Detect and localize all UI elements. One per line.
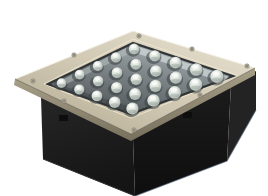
led-highlight <box>213 71 220 75</box>
led-facet-shade <box>111 103 119 106</box>
led-facet-shade <box>151 57 159 60</box>
led-highlight <box>111 98 117 102</box>
led-facet-shade <box>152 72 160 75</box>
led-facet-shade <box>112 58 119 61</box>
led-facet-shade <box>171 64 179 68</box>
led-highlight <box>151 51 157 55</box>
led-highlight <box>129 104 135 108</box>
product-photo: Product photo: square recessed LED in-gr… <box>0 0 268 196</box>
led-facet-shade <box>192 70 201 74</box>
led-highlight <box>133 75 139 79</box>
led-facet-shade <box>113 88 121 91</box>
led-facet-shade <box>76 75 83 78</box>
led-highlight <box>171 88 177 92</box>
led-highlight <box>152 81 158 85</box>
led-facet-shade <box>191 85 200 89</box>
led-highlight <box>58 79 63 82</box>
led-facet-shade <box>172 79 181 83</box>
led-facet-shade <box>94 67 101 70</box>
led-facet-shade <box>128 109 137 113</box>
led-highlight <box>152 66 158 70</box>
led-facet-shade <box>93 97 101 100</box>
led-inground-light: Product photo: square recessed LED in-gr… <box>0 0 268 196</box>
led-highlight <box>172 58 178 62</box>
led-facet-shade <box>151 87 159 91</box>
led-highlight <box>131 89 137 93</box>
led-facet-shade <box>58 84 65 87</box>
led-highlight <box>113 83 119 87</box>
led-facet-shade <box>132 80 140 83</box>
led-facet-shade <box>131 95 139 99</box>
led-facet-shade <box>76 90 83 93</box>
led-facet-shade <box>113 73 121 76</box>
led-highlight <box>131 45 136 48</box>
led-highlight <box>95 62 100 65</box>
led-highlight <box>113 53 118 56</box>
led-highlight <box>150 96 156 100</box>
led-highlight <box>114 68 119 72</box>
body-right-clip-tab <box>183 112 192 118</box>
led-highlight <box>76 71 81 74</box>
led-highlight <box>76 86 81 89</box>
led-facet-shade <box>170 93 179 97</box>
led-highlight <box>192 79 198 83</box>
led-facet-shade <box>212 77 221 81</box>
led-highlight <box>95 77 100 80</box>
led-facet-shade <box>132 65 140 68</box>
led-highlight <box>132 60 137 64</box>
led-facet-shade <box>149 101 158 105</box>
led-facet-shade <box>130 50 137 53</box>
led-highlight <box>192 65 198 69</box>
led-facet-shade <box>94 82 101 85</box>
led-highlight <box>172 73 178 77</box>
led-highlight <box>93 92 98 96</box>
body-left-clip-tab <box>59 115 68 121</box>
